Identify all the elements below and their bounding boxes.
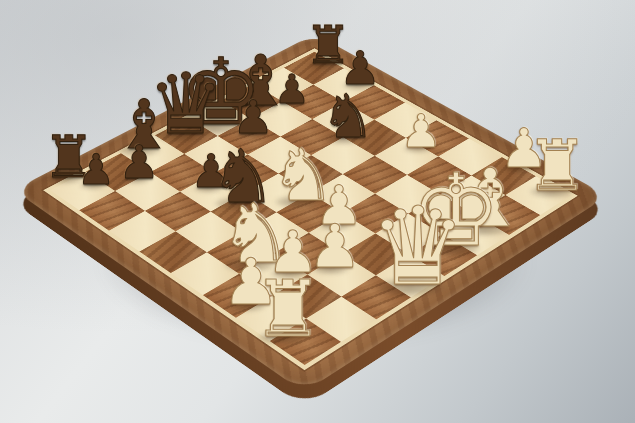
piece-white-rook-a1: ♜ [188, 270, 388, 348]
white-rook-glyph: ♜ [253, 270, 323, 348]
chess-photo-scene: ♜♟♟♝♚♛♟♞♟♝♟♜♟♟♟♜♞♞♟♝♚♞♟♟♛♟♜ [0, 0, 635, 423]
black-pawn-glyph: ♟ [77, 149, 115, 191]
